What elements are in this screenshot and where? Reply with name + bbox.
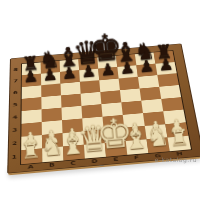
square-f7: ♟ — [117, 65, 138, 78]
square-b1: ♞ — [42, 147, 63, 163]
rank-label-8: 8 — [13, 67, 18, 72]
piece-black-bishop: ♝ — [113, 38, 138, 66]
square-g1: ♞ — [147, 137, 170, 153]
square-c4 — [61, 106, 82, 120]
rank-label-5: 5 — [13, 102, 18, 107]
rank-label-7: 7 — [13, 79, 18, 84]
piece-black-rook: ♜ — [21, 53, 40, 74]
file-label-d: D — [91, 158, 98, 164]
square-c2: ♟ — [62, 131, 83, 146]
photo-scene: 87654321 ABCDEFGH ♜♞♝♛♚♝♞♜♟♟♟♟♟♟♟♟♟♟♟♟♟♟… — [0, 0, 200, 200]
watermark: e-katalog.ru — [155, 156, 197, 163]
square-c1: ♝ — [63, 145, 85, 161]
chess-board: 87654321 ABCDEFGH ♜♞♝♛♚♝♞♜♟♟♟♟♟♟♟♟♟♟♟♟♟♟… — [7, 43, 200, 173]
rank-label-1: 1 — [12, 154, 17, 160]
square-a1: ♜ — [21, 148, 42, 164]
square-c7: ♟ — [60, 70, 80, 83]
square-d5 — [81, 92, 102, 106]
square-a6 — [22, 85, 42, 99]
square-c5 — [61, 94, 81, 108]
square-g5 — [140, 87, 162, 101]
square-h4 — [161, 97, 183, 111]
piece-black-rook: ♜ — [155, 42, 174, 63]
file-label-c: C — [70, 160, 76, 166]
rank-label-4: 4 — [13, 115, 18, 120]
rank-label-3: 3 — [12, 127, 17, 133]
square-g4 — [141, 99, 163, 113]
square-e5 — [100, 90, 121, 104]
square-e1: ♚ — [105, 141, 127, 157]
square-h5 — [159, 85, 181, 99]
file-label-f: F — [134, 154, 140, 160]
piece-black-bishop: ♝ — [56, 43, 81, 71]
square-f4 — [121, 101, 143, 115]
square-f1: ♝ — [126, 139, 149, 155]
chess-set-product-photo: 87654321 ABCDEFGH ♜♞♝♛♚♝♞♜♟♟♟♟♟♟♟♟♟♟♟♟♟♟… — [0, 0, 200, 200]
square-b5 — [41, 95, 61, 109]
rank-label-6: 6 — [13, 90, 18, 95]
square-b4 — [42, 108, 62, 122]
square-g7: ♟ — [136, 64, 157, 77]
square-d1: ♛ — [84, 143, 106, 159]
square-f5 — [120, 89, 141, 103]
file-label-b: B — [49, 162, 55, 168]
square-f2: ♟ — [124, 126, 146, 141]
file-label-e: E — [113, 156, 119, 162]
file-label-a: A — [28, 164, 34, 170]
square-h1: ♜ — [167, 136, 190, 152]
rank-labels: 87654321 — [9, 64, 20, 165]
rank-label-2: 2 — [12, 141, 17, 147]
square-h7: ♟ — [155, 62, 176, 75]
piece-black-knight: ♞ — [38, 48, 61, 73]
board-grid: ♜♞♝♛♚♝♞♜♟♟♟♟♟♟♟♟♟♟♟♟♟♟♟♟♜♞♝♛♚♝♞♜ — [20, 50, 192, 165]
square-e7: ♟ — [98, 67, 118, 80]
